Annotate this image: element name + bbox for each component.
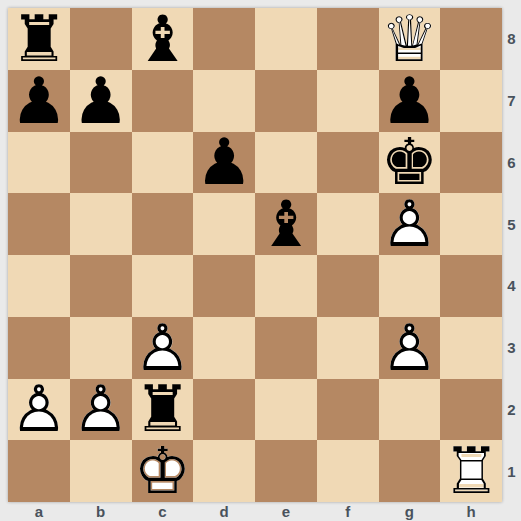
white-pawn-g3[interactable]: ♟♙: [379, 317, 441, 379]
square-h5[interactable]: [440, 193, 502, 255]
square-c8[interactable]: ♝: [132, 8, 194, 70]
square-h3[interactable]: [440, 317, 502, 379]
piece-fill-glyph: ♚: [379, 132, 441, 194]
square-a8[interactable]: ♜: [8, 8, 70, 70]
white-queen-g8[interactable]: ♛♕: [379, 8, 441, 70]
square-h7[interactable]: [440, 70, 502, 132]
square-f5[interactable]: [317, 193, 379, 255]
square-d8[interactable]: [193, 8, 255, 70]
square-d6[interactable]: ♟: [193, 132, 255, 194]
square-a2[interactable]: ♟♙: [8, 379, 70, 441]
square-a6[interactable]: [8, 132, 70, 194]
white-king-c1[interactable]: ♚♔: [132, 440, 194, 502]
file-label-h: h: [440, 502, 502, 521]
file-label-d: d: [193, 502, 255, 521]
file-label-a: a: [8, 502, 70, 521]
square-b3[interactable]: [70, 317, 132, 379]
piece-fill-glyph: ♝: [255, 193, 317, 255]
square-e6[interactable]: [255, 132, 317, 194]
square-d4[interactable]: [193, 255, 255, 317]
piece-fill-glyph: ♜: [8, 8, 70, 70]
piece-fill-glyph: ♟: [70, 70, 132, 132]
rank-label-1: 1: [502, 440, 521, 502]
black-pawn-g7[interactable]: ♟: [379, 70, 441, 132]
square-e7[interactable]: [255, 70, 317, 132]
square-h6[interactable]: [440, 132, 502, 194]
square-g7[interactable]: ♟: [379, 70, 441, 132]
black-pawn-a7[interactable]: ♟: [8, 70, 70, 132]
piece-outline-glyph: ♙: [70, 379, 132, 441]
square-h4[interactable]: [440, 255, 502, 317]
file-label-g: g: [379, 502, 441, 521]
piece-outline-glyph: ♔: [132, 440, 194, 502]
rank-label-4: 4: [502, 255, 521, 317]
square-h2[interactable]: [440, 379, 502, 441]
square-b4[interactable]: [70, 255, 132, 317]
square-b7[interactable]: ♟: [70, 70, 132, 132]
square-a1[interactable]: [8, 440, 70, 502]
square-b5[interactable]: [70, 193, 132, 255]
chess-app: ♜♝♛♕♟♟♟♟♚♝♟♙♟♙♟♙♟♙♟♙♜♚♔♜♖ abcdefgh 87654…: [0, 0, 521, 521]
rank-label-5: 5: [502, 193, 521, 255]
square-g2[interactable]: [379, 379, 441, 441]
square-f2[interactable]: [317, 379, 379, 441]
square-h8[interactable]: [440, 8, 502, 70]
rank-label-7: 7: [502, 70, 521, 132]
square-e3[interactable]: [255, 317, 317, 379]
square-g5[interactable]: ♟♙: [379, 193, 441, 255]
square-d5[interactable]: [193, 193, 255, 255]
square-g6[interactable]: ♚: [379, 132, 441, 194]
chess-board: ♜♝♛♕♟♟♟♟♚♝♟♙♟♙♟♙♟♙♟♙♜♚♔♜♖: [8, 8, 502, 502]
square-a3[interactable]: [8, 317, 70, 379]
square-a4[interactable]: [8, 255, 70, 317]
square-f8[interactable]: [317, 8, 379, 70]
white-pawn-a2[interactable]: ♟♙: [8, 379, 70, 441]
file-label-c: c: [132, 502, 194, 521]
white-rook-h1[interactable]: ♜♖: [440, 440, 502, 502]
piece-outline-glyph: ♙: [379, 317, 441, 379]
file-label-e: e: [255, 502, 317, 521]
piece-outline-glyph: ♖: [440, 440, 502, 502]
square-g1[interactable]: [379, 440, 441, 502]
rank-label-2: 2: [502, 379, 521, 441]
square-f1[interactable]: [317, 440, 379, 502]
square-c3[interactable]: ♟♙: [132, 317, 194, 379]
square-e2[interactable]: [255, 379, 317, 441]
piece-outline-glyph: ♙: [132, 317, 194, 379]
piece-fill-glyph: ♟: [8, 70, 70, 132]
square-c6[interactable]: [132, 132, 194, 194]
square-b1[interactable]: [70, 440, 132, 502]
white-pawn-c3[interactable]: ♟♙: [132, 317, 194, 379]
square-g4[interactable]: [379, 255, 441, 317]
piece-fill-glyph: ♟: [193, 132, 255, 194]
piece-outline-glyph: ♙: [379, 193, 441, 255]
rank-label-3: 3: [502, 317, 521, 379]
black-rook-a8[interactable]: ♜: [8, 8, 70, 70]
square-e8[interactable]: [255, 8, 317, 70]
black-bishop-c8[interactable]: ♝: [132, 8, 194, 70]
square-h1[interactable]: ♜♖: [440, 440, 502, 502]
black-king-g6[interactable]: ♚: [379, 132, 441, 194]
square-c2[interactable]: ♜: [132, 379, 194, 441]
piece-fill-glyph: ♝: [132, 8, 194, 70]
black-bishop-e5[interactable]: ♝: [255, 193, 317, 255]
piece-fill-glyph: ♟: [379, 70, 441, 132]
white-pawn-g5[interactable]: ♟♙: [379, 193, 441, 255]
rank-label-8: 8: [502, 8, 521, 70]
square-f7[interactable]: [317, 70, 379, 132]
square-g8[interactable]: ♛♕: [379, 8, 441, 70]
square-g3[interactable]: ♟♙: [379, 317, 441, 379]
square-c7[interactable]: [132, 70, 194, 132]
square-c4[interactable]: [132, 255, 194, 317]
square-e4[interactable]: [255, 255, 317, 317]
piece-outline-glyph: ♙: [8, 379, 70, 441]
square-f3[interactable]: [317, 317, 379, 379]
file-label-f: f: [317, 502, 379, 521]
square-b6[interactable]: [70, 132, 132, 194]
square-e5[interactable]: ♝: [255, 193, 317, 255]
square-d1[interactable]: [193, 440, 255, 502]
square-c1[interactable]: ♚♔: [132, 440, 194, 502]
piece-fill-glyph: ♜: [132, 379, 194, 441]
square-a7[interactable]: ♟: [8, 70, 70, 132]
square-b8[interactable]: [70, 8, 132, 70]
square-e1[interactable]: [255, 440, 317, 502]
square-c5[interactable]: [132, 193, 194, 255]
rank-label-6: 6: [502, 132, 521, 194]
square-a5[interactable]: [8, 193, 70, 255]
file-label-b: b: [70, 502, 132, 521]
file-labels: abcdefgh: [8, 502, 502, 521]
black-pawn-b7[interactable]: ♟: [70, 70, 132, 132]
square-d7[interactable]: [193, 70, 255, 132]
white-pawn-b2[interactable]: ♟♙: [70, 379, 132, 441]
square-b2[interactable]: ♟♙: [70, 379, 132, 441]
rank-labels: 87654321: [502, 8, 521, 502]
black-rook-c2[interactable]: ♜: [132, 379, 194, 441]
black-pawn-d6[interactable]: ♟: [193, 132, 255, 194]
square-f6[interactable]: [317, 132, 379, 194]
piece-outline-glyph: ♕: [379, 8, 441, 70]
square-d3[interactable]: [193, 317, 255, 379]
square-d2[interactable]: [193, 379, 255, 441]
square-f4[interactable]: [317, 255, 379, 317]
